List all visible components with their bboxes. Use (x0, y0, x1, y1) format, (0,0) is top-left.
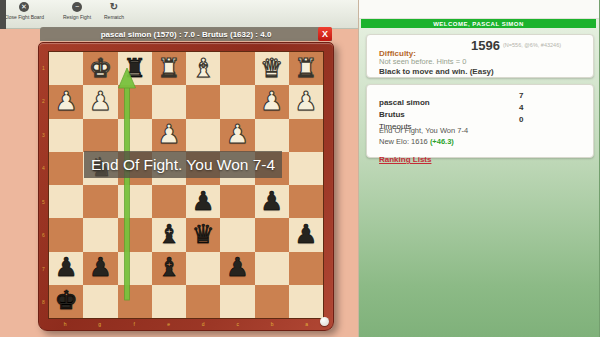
square-h8[interactable]: ♚ (49, 285, 83, 318)
square-c6[interactable] (220, 218, 254, 251)
rank-labels: 12345678 (40, 51, 47, 319)
task-text: Black to move and win. (Easy) (379, 67, 583, 76)
chess-app-window: ✕ Close Fight Board − Resign Fight ↻ Rem… (0, 0, 600, 337)
close-fight-board-label: Close Fight Board (4, 14, 44, 20)
white-pawn: ♟ (54, 88, 77, 114)
square-c7[interactable]: ♟ (220, 252, 254, 285)
square-g8[interactable] (83, 285, 117, 318)
square-d7[interactable] (186, 252, 220, 285)
square-f3[interactable] (118, 119, 152, 152)
square-a5[interactable] (289, 185, 323, 218)
white-queen: ♛ (260, 55, 283, 81)
square-e6[interactable]: ♝ (152, 218, 186, 251)
square-b5[interactable]: ♟ (255, 185, 289, 218)
white-pawn: ♟ (260, 88, 283, 114)
square-a3[interactable] (289, 119, 323, 152)
black-rook: ♜ (123, 55, 146, 81)
square-c5[interactable] (220, 185, 254, 218)
square-c1[interactable] (220, 52, 254, 85)
white-rook: ♜ (157, 55, 180, 81)
black-pawn: ♟ (260, 188, 283, 214)
resign-fight-label: Resign Fight (63, 14, 91, 20)
square-b6[interactable] (255, 218, 289, 251)
black-pawn: ♟ (89, 254, 112, 280)
board-title: pascal simon (1570) : 7.0 - Brutus (1632… (101, 30, 272, 39)
square-c2[interactable] (220, 85, 254, 118)
right-panel: WELCOME, PASCAL SIMON Difficulty: 1596 (… (358, 0, 600, 337)
player-score: 7 (519, 91, 523, 100)
square-d3[interactable] (186, 119, 220, 152)
end-of-fight-banner: End Of Fight. You Won 7-4 (84, 151, 282, 178)
black-pawn: ♟ (191, 188, 214, 214)
window-edge-strip (0, 0, 6, 29)
end-of-fight-text: End Of Fight, You Won 7-4 (379, 126, 583, 135)
square-a6[interactable]: ♟ (289, 218, 323, 251)
board-titlebar: pascal simon (1570) : 7.0 - Brutus (1632… (40, 27, 332, 41)
square-a4[interactable] (289, 152, 323, 185)
square-e5[interactable] (152, 185, 186, 218)
close-fight-board-button[interactable]: ✕ Close Fight Board (2, 2, 46, 27)
white-bishop: ♝ (191, 55, 214, 81)
rank-label-5: 5 (40, 185, 47, 219)
close-circle-icon: ✕ (19, 2, 29, 12)
opponent-score: 4 (519, 103, 523, 112)
square-f1[interactable]: ♜ (118, 52, 152, 85)
square-e8[interactable] (152, 285, 186, 318)
square-f5[interactable] (118, 185, 152, 218)
score-card: pascal simon 7 Brutus 4 Timeouts 0 End O… (366, 84, 594, 158)
square-h7[interactable]: ♟ (49, 252, 83, 285)
rank-label-2: 2 (40, 85, 47, 119)
black-queen: ♛ (191, 221, 214, 247)
welcome-banner: WELCOME, PASCAL SIMON (361, 19, 596, 28)
difficulty-value: 1596 (471, 38, 500, 53)
file-label-e: e (152, 321, 187, 331)
white-king: ♚ (89, 55, 112, 81)
toolbar: ✕ Close Fight Board − Resign Fight ↻ Rem… (0, 0, 358, 29)
square-g3[interactable] (83, 119, 117, 152)
panel-top-strip (359, 0, 599, 19)
square-a1[interactable]: ♜ (289, 52, 323, 85)
square-a8[interactable] (289, 285, 323, 318)
file-labels: hgfedcba (48, 321, 324, 331)
white-pawn: ♟ (294, 88, 317, 114)
rematch-refresh-icon: ↻ (109, 2, 119, 12)
square-h3[interactable] (49, 119, 83, 152)
white-rook: ♜ (294, 55, 317, 81)
square-f7[interactable] (118, 252, 152, 285)
square-e7[interactable]: ♝ (152, 252, 186, 285)
chess-board: ♚♜♜♝♛♜♟♟♟♟♟♟♞♟♟♝♛♟♟♟♝♟♚ (48, 51, 324, 319)
elo-delta: (+46.3) (430, 137, 454, 146)
frame-corner-button[interactable] (320, 317, 329, 326)
rank-label-7: 7 (40, 252, 47, 286)
square-d5[interactable]: ♟ (186, 185, 220, 218)
fight-board-window: pascal simon (1570) : 7.0 - Brutus (1632… (38, 27, 334, 331)
black-bishop: ♝ (157, 221, 180, 247)
file-label-g: g (83, 321, 118, 331)
black-pawn: ♟ (226, 254, 249, 280)
rematch-button[interactable]: ↻ Rematch (98, 2, 130, 27)
square-h4[interactable] (49, 152, 83, 185)
rank-label-6: 6 (40, 219, 47, 253)
square-g7[interactable]: ♟ (83, 252, 117, 285)
square-h1[interactable] (49, 52, 83, 85)
square-b8[interactable] (255, 285, 289, 318)
file-label-a: a (290, 321, 325, 331)
square-h2[interactable]: ♟ (49, 85, 83, 118)
resign-fight-button[interactable]: − Resign Fight (57, 2, 97, 27)
square-h6[interactable] (49, 218, 83, 251)
square-g5[interactable] (83, 185, 117, 218)
square-f6[interactable] (118, 218, 152, 251)
rank-label-1: 1 (40, 51, 47, 85)
rank-label-3: 3 (40, 118, 47, 152)
black-pawn: ♟ (294, 221, 317, 247)
ranking-lists-link[interactable]: Ranking Lists (379, 155, 431, 164)
square-h5[interactable] (49, 185, 83, 218)
square-e2[interactable] (152, 85, 186, 118)
board-frame: ♚♜♜♝♛♜♟♟♟♟♟♟♞♟♟♝♛♟♟♟♝♟♚ 12345678 hgfedcb… (38, 42, 334, 331)
white-pawn: ♟ (157, 121, 180, 147)
square-g6[interactable] (83, 218, 117, 251)
square-g2[interactable]: ♟ (83, 85, 117, 118)
square-a7[interactable] (289, 252, 323, 285)
square-d1[interactable]: ♝ (186, 52, 220, 85)
difficulty-card: Difficulty: 1596 (N=556, @6%, #43246) No… (366, 34, 594, 78)
timeouts-value: 0 (519, 115, 523, 124)
white-pawn: ♟ (226, 121, 249, 147)
file-label-f: f (117, 321, 152, 331)
black-bishop: ♝ (157, 254, 180, 280)
new-elo-text: New Elo: 1616 (379, 137, 430, 146)
ranking-row: Ranking Lists (379, 148, 583, 166)
square-b2[interactable]: ♟ (255, 85, 289, 118)
rank-label-8: 8 (40, 286, 47, 320)
black-pawn: ♟ (54, 254, 77, 280)
file-label-h: h (48, 321, 83, 331)
square-b3[interactable] (255, 119, 289, 152)
square-f2[interactable] (118, 85, 152, 118)
rematch-label: Rematch (104, 14, 124, 20)
black-king: ♚ (54, 287, 77, 313)
difficulty-meta: (N=556, @6%, #43246) (503, 42, 561, 48)
square-f8[interactable] (118, 285, 152, 318)
square-d2[interactable] (186, 85, 220, 118)
square-e3[interactable]: ♟ (152, 119, 186, 152)
square-b1[interactable]: ♛ (255, 52, 289, 85)
square-a2[interactable]: ♟ (289, 85, 323, 118)
file-label-d: d (186, 321, 221, 331)
square-c8[interactable] (220, 285, 254, 318)
square-d6[interactable]: ♛ (186, 218, 220, 251)
rank-label-4: 4 (40, 152, 47, 186)
board-close-button[interactable]: X (318, 27, 332, 41)
square-g1[interactable]: ♚ (83, 52, 117, 85)
new-elo-row: New Elo: 1616 (+46.3) (379, 137, 583, 146)
white-pawn: ♟ (89, 88, 112, 114)
not-seen-text: Not seen before. Hints = 0 (379, 57, 583, 66)
square-c3[interactable]: ♟ (220, 119, 254, 152)
file-label-c: c (221, 321, 256, 331)
resign-minus-icon: − (72, 2, 82, 12)
square-e1[interactable]: ♜ (152, 52, 186, 85)
square-d8[interactable] (186, 285, 220, 318)
file-label-b: b (255, 321, 290, 331)
square-b7[interactable] (255, 252, 289, 285)
